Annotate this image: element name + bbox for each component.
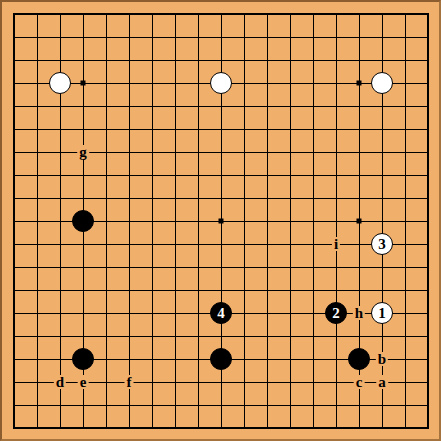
star-point	[219, 219, 224, 224]
black-stone	[210, 348, 232, 370]
label-c: c	[354, 375, 365, 389]
star-point	[357, 219, 362, 224]
black-stone	[72, 210, 94, 232]
label-e: e	[78, 375, 89, 389]
move-1-stone: 1	[371, 302, 393, 324]
label-i: i	[332, 237, 340, 251]
move-number: 3	[378, 237, 386, 252]
label-a: a	[376, 375, 388, 389]
white-stone	[49, 72, 71, 94]
label-h: h	[353, 306, 365, 320]
star-point	[81, 81, 86, 86]
move-4-stone: 4	[210, 302, 232, 324]
label-f: f	[125, 375, 134, 389]
star-point	[357, 81, 362, 86]
move-2-stone: 2	[325, 302, 347, 324]
black-stone	[72, 348, 94, 370]
black-stone	[348, 348, 370, 370]
white-stone	[371, 72, 393, 94]
go-board: abcdefghi 1234	[0, 0, 441, 441]
label-g: g	[77, 145, 89, 159]
white-stone	[210, 72, 232, 94]
move-number: 1	[378, 306, 386, 321]
move-number: 2	[332, 306, 340, 321]
label-b: b	[376, 352, 388, 366]
move-number: 4	[217, 306, 225, 321]
move-3-stone: 3	[371, 233, 393, 255]
label-d: d	[54, 375, 66, 389]
